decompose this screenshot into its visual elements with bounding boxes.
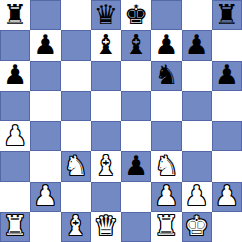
square-a4[interactable]: ♟ bbox=[0, 121, 30, 151]
white-rook-a1: ♜ bbox=[3, 212, 27, 239]
square-f4[interactable] bbox=[151, 121, 181, 151]
white-knight-c3: ♞ bbox=[64, 152, 88, 179]
white-bishop-d3: ♝ bbox=[94, 152, 118, 179]
white-pawn-g2: ♟ bbox=[185, 182, 209, 209]
square-b6[interactable] bbox=[30, 61, 60, 91]
square-d5[interactable] bbox=[91, 91, 121, 121]
square-a2[interactable] bbox=[0, 182, 30, 212]
square-b4[interactable] bbox=[30, 121, 60, 151]
square-h7[interactable] bbox=[212, 30, 242, 60]
white-pawn-a4: ♟ bbox=[3, 122, 27, 149]
black-knight-f6: ♞ bbox=[154, 61, 178, 88]
square-e1[interactable] bbox=[121, 212, 151, 242]
square-g4[interactable] bbox=[182, 121, 212, 151]
square-c2[interactable] bbox=[61, 182, 91, 212]
square-g3[interactable] bbox=[182, 151, 212, 181]
square-c4[interactable] bbox=[61, 121, 91, 151]
square-f5[interactable] bbox=[151, 91, 181, 121]
square-f8[interactable] bbox=[151, 0, 181, 30]
black-bishop-e7: ♝ bbox=[124, 31, 148, 58]
black-pawn-f7: ♟ bbox=[154, 31, 178, 58]
square-h6[interactable]: ♟ bbox=[212, 61, 242, 91]
black-bishop-d7: ♝ bbox=[94, 31, 118, 58]
square-a1[interactable]: ♜ bbox=[0, 212, 30, 242]
square-e6[interactable] bbox=[121, 61, 151, 91]
square-f3[interactable]: ♞ bbox=[151, 151, 181, 181]
square-a5[interactable] bbox=[0, 91, 30, 121]
square-d2[interactable] bbox=[91, 182, 121, 212]
square-f1[interactable]: ♜ bbox=[151, 212, 181, 242]
square-g8[interactable] bbox=[182, 0, 212, 30]
square-a6[interactable]: ♟ bbox=[0, 61, 30, 91]
square-d6[interactable] bbox=[91, 61, 121, 91]
square-b3[interactable] bbox=[30, 151, 60, 181]
black-queen-d8: ♛ bbox=[94, 1, 118, 28]
square-e5[interactable] bbox=[121, 91, 151, 121]
square-c6[interactable] bbox=[61, 61, 91, 91]
square-f7[interactable]: ♟ bbox=[151, 30, 181, 60]
square-h2[interactable]: ♟ bbox=[212, 182, 242, 212]
square-d3[interactable]: ♝ bbox=[91, 151, 121, 181]
square-c7[interactable] bbox=[61, 30, 91, 60]
black-pawn-a6: ♟ bbox=[3, 61, 27, 88]
square-e3[interactable]: ♟ bbox=[121, 151, 151, 181]
white-pawn-f2: ♟ bbox=[154, 182, 178, 209]
square-c3[interactable]: ♞ bbox=[61, 151, 91, 181]
white-knight-f3: ♞ bbox=[154, 152, 178, 179]
black-pawn-b7: ♟ bbox=[33, 31, 57, 58]
white-bishop-c1: ♝ bbox=[64, 212, 88, 239]
square-e8[interactable]: ♚ bbox=[121, 0, 151, 30]
chess-board: ♜♛♚♜♟♝♝♟♟♟♞♟♟♞♝♟♞♟♟♟♟♜♝♛♜♚ bbox=[0, 0, 242, 242]
white-queen-d1: ♛ bbox=[94, 212, 118, 239]
square-f6[interactable]: ♞ bbox=[151, 61, 181, 91]
white-pawn-h2: ♟ bbox=[215, 182, 239, 209]
square-d1[interactable]: ♛ bbox=[91, 212, 121, 242]
square-g5[interactable] bbox=[182, 91, 212, 121]
square-g7[interactable]: ♟ bbox=[182, 30, 212, 60]
square-g1[interactable]: ♚ bbox=[182, 212, 212, 242]
black-pawn-e3: ♟ bbox=[124, 152, 148, 179]
square-a7[interactable] bbox=[0, 30, 30, 60]
square-h8[interactable]: ♜ bbox=[212, 0, 242, 30]
square-b8[interactable] bbox=[30, 0, 60, 30]
square-d4[interactable] bbox=[91, 121, 121, 151]
square-h1[interactable] bbox=[212, 212, 242, 242]
square-g6[interactable] bbox=[182, 61, 212, 91]
square-e4[interactable] bbox=[121, 121, 151, 151]
square-c8[interactable] bbox=[61, 0, 91, 30]
square-h4[interactable] bbox=[212, 121, 242, 151]
white-pawn-b2: ♟ bbox=[33, 182, 57, 209]
square-b7[interactable]: ♟ bbox=[30, 30, 60, 60]
square-h3[interactable] bbox=[212, 151, 242, 181]
square-g2[interactable]: ♟ bbox=[182, 182, 212, 212]
square-b2[interactable]: ♟ bbox=[30, 182, 60, 212]
white-king-g1: ♚ bbox=[185, 212, 209, 239]
black-pawn-h6: ♟ bbox=[215, 61, 239, 88]
square-c1[interactable]: ♝ bbox=[61, 212, 91, 242]
square-c5[interactable] bbox=[61, 91, 91, 121]
square-b5[interactable] bbox=[30, 91, 60, 121]
black-pawn-g7: ♟ bbox=[185, 31, 209, 58]
black-rook-h8: ♜ bbox=[215, 1, 239, 28]
square-f2[interactable]: ♟ bbox=[151, 182, 181, 212]
square-e7[interactable]: ♝ bbox=[121, 30, 151, 60]
square-d8[interactable]: ♛ bbox=[91, 0, 121, 30]
square-a8[interactable]: ♜ bbox=[0, 0, 30, 30]
square-b1[interactable] bbox=[30, 212, 60, 242]
black-king-e8: ♚ bbox=[124, 1, 148, 28]
white-rook-f1: ♜ bbox=[154, 212, 178, 239]
black-rook-a8: ♜ bbox=[3, 1, 27, 28]
square-a3[interactable] bbox=[0, 151, 30, 181]
square-e2[interactable] bbox=[121, 182, 151, 212]
square-d7[interactable]: ♝ bbox=[91, 30, 121, 60]
square-h5[interactable] bbox=[212, 91, 242, 121]
